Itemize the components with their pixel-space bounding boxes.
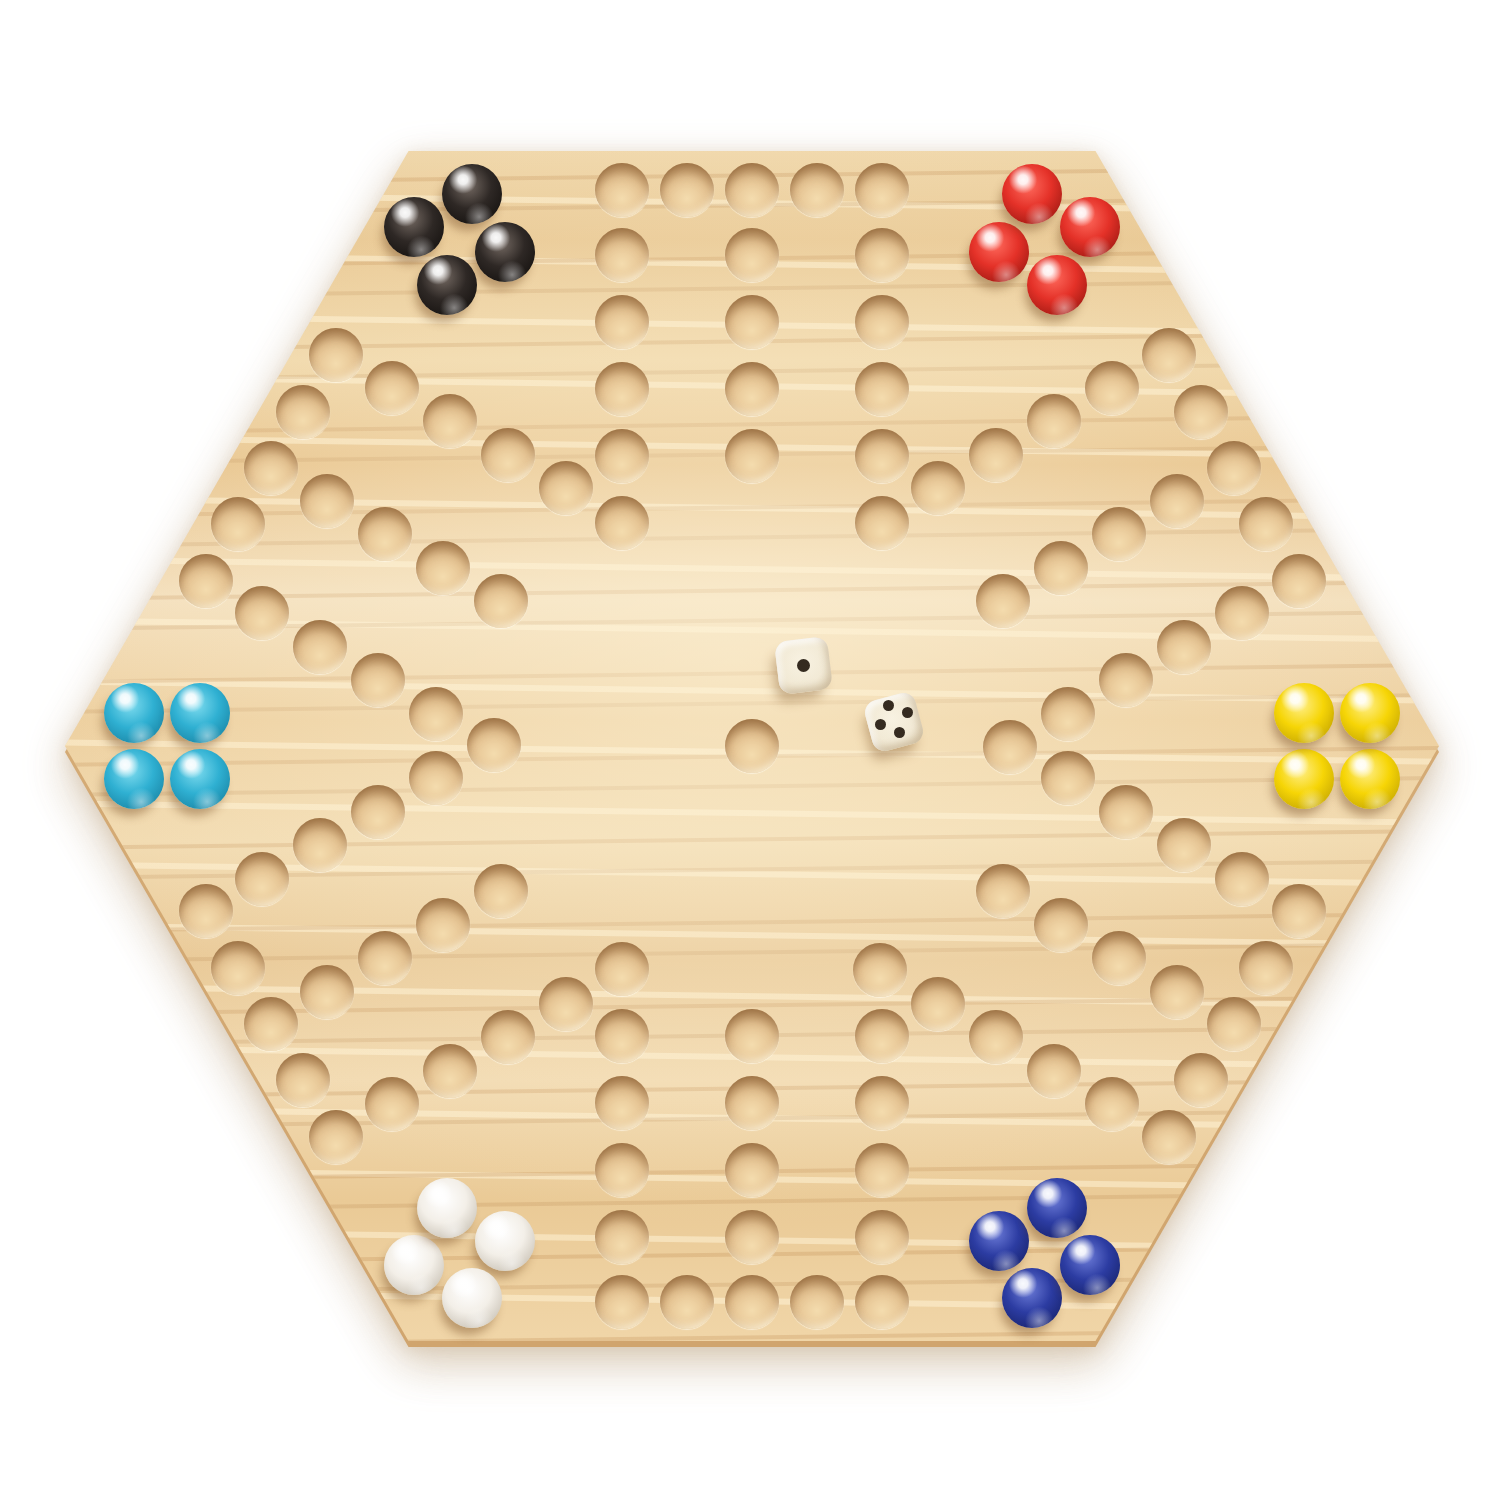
- die-pip: [902, 707, 913, 718]
- die-pip: [797, 659, 810, 672]
- die-pip: [875, 719, 886, 730]
- marble-teal[interactable]: [170, 683, 230, 743]
- marble-blue[interactable]: [1060, 1235, 1120, 1295]
- marble-white[interactable]: [417, 1178, 477, 1238]
- marble-red[interactable]: [969, 222, 1029, 282]
- die-showing-4[interactable]: [868, 696, 920, 748]
- marble-yellow[interactable]: [1340, 749, 1400, 809]
- marble-white[interactable]: [475, 1211, 535, 1271]
- marble-white[interactable]: [384, 1235, 444, 1295]
- marble-black[interactable]: [417, 255, 477, 315]
- die-pip: [894, 727, 905, 738]
- marble-teal[interactable]: [170, 749, 230, 809]
- marble-red[interactable]: [1060, 197, 1120, 257]
- marble-black[interactable]: [442, 164, 502, 224]
- marble-blue[interactable]: [969, 1211, 1029, 1271]
- marble-blue[interactable]: [1027, 1178, 1087, 1238]
- marble-black[interactable]: [475, 222, 535, 282]
- marble-teal[interactable]: [104, 683, 164, 743]
- marble-blue[interactable]: [1002, 1268, 1062, 1328]
- die-showing-1[interactable]: [777, 639, 830, 692]
- die-face: [862, 690, 926, 754]
- marble-red[interactable]: [1002, 164, 1062, 224]
- marble-red[interactable]: [1027, 255, 1087, 315]
- marble-yellow[interactable]: [1274, 683, 1334, 743]
- marble-yellow[interactable]: [1340, 683, 1400, 743]
- marble-yellow[interactable]: [1274, 749, 1334, 809]
- marble-black[interactable]: [384, 197, 444, 257]
- marble-teal[interactable]: [104, 749, 164, 809]
- pieces-layer: [0, 0, 1500, 1500]
- die-pip: [883, 700, 894, 711]
- marble-white[interactable]: [442, 1268, 502, 1328]
- product-photo-scene: [0, 0, 1500, 1500]
